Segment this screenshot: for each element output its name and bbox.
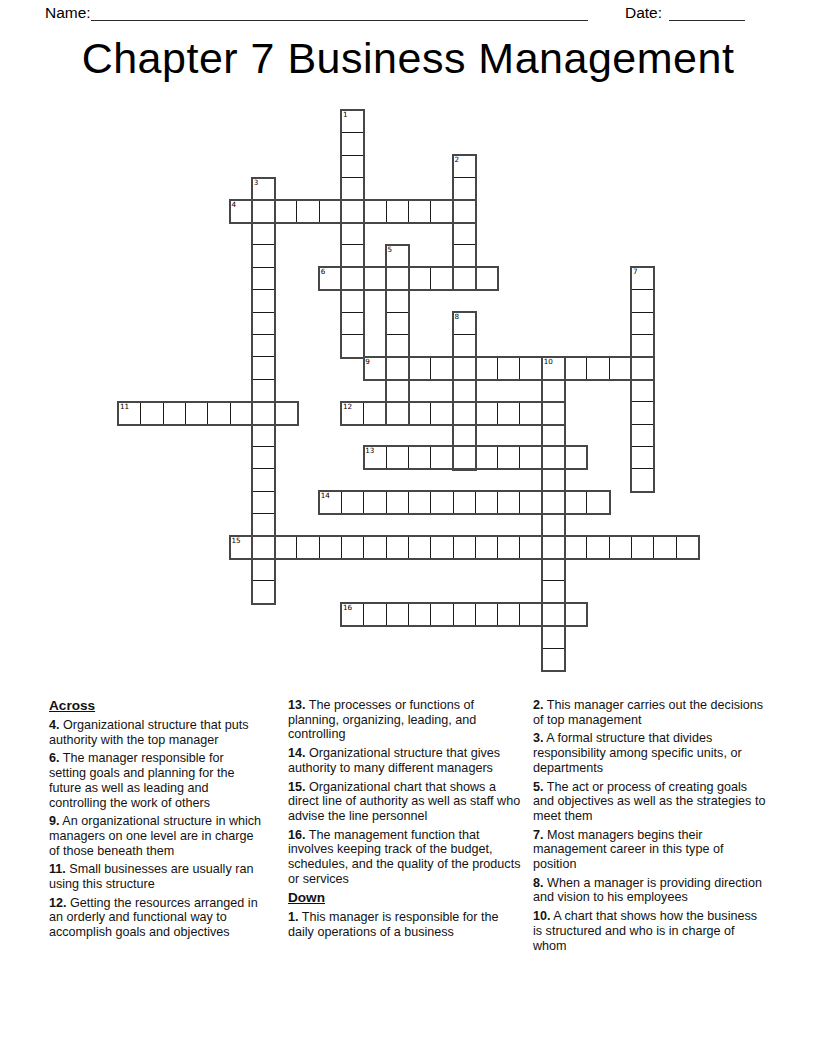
grid-cell[interactable] [542,401,566,425]
grid-cell[interactable] [386,312,410,336]
clue-across-12: 12. Getting the resources arranged in an… [49,896,262,940]
clues-section: Across4. Organizational structure that p… [49,698,778,957]
grid-cell[interactable] [341,289,365,313]
clue-across-15: 15. Organizational chart that shows a di… [288,780,523,824]
grid-cell[interactable] [497,491,521,515]
grid-cell[interactable] [475,536,499,560]
grid-cell[interactable] [252,424,276,448]
grid-cell[interactable] [631,334,655,358]
grid-cell[interactable] [386,401,410,425]
grid-cell[interactable] [586,356,610,380]
clue-number-14: 14 [321,492,330,500]
grid-cell[interactable] [430,491,454,515]
grid-cell[interactable] [542,491,566,515]
clue-number-label: 11. [49,862,66,876]
grid-cell[interactable] [631,289,655,313]
grid-cell[interactable] [252,558,276,582]
grid-cell[interactable] [497,401,521,425]
grid-cell[interactable] [653,536,677,560]
grid-cell[interactable] [386,289,410,313]
clue-number-15: 15 [232,537,241,545]
grid-cell[interactable] [564,446,588,470]
grid-cell[interactable] [475,491,499,515]
crossword-grid: 12345678910111213141516 [118,110,698,670]
grid-cell[interactable] [341,491,365,515]
clue-number-16: 16 [343,604,352,612]
clue-down-1: 1. This manager is responsible for the d… [288,910,523,939]
clue-number-label: 8. [533,876,544,890]
grid-cell[interactable] [542,468,566,492]
grid-cell[interactable] [542,536,566,560]
clue-number-5: 5 [388,246,393,254]
clue-down-7: 7. Most managers begins their management… [533,828,766,872]
grid-cell[interactable] [341,177,365,201]
grid-cell[interactable] [140,401,164,425]
clue-number-label: 15. [288,780,306,794]
grid-cell[interactable] [519,536,543,560]
grid-cell[interactable] [430,356,454,380]
grid-cell[interactable] [230,401,254,425]
clue-across-6: 6. The manager responsible for setting g… [49,751,262,810]
grid-cell[interactable] [252,513,276,537]
grid-cell[interactable] [519,401,543,425]
grid-cell[interactable] [296,536,320,560]
grid-cell[interactable] [453,244,477,268]
grid-cell[interactable] [163,401,187,425]
clue-number-4: 4 [232,201,237,209]
grid-cell[interactable] [453,446,477,470]
grid-cell[interactable] [430,603,454,627]
grid-cell[interactable] [363,536,387,560]
grid-cell[interactable] [252,334,276,358]
grid-cell[interactable] [430,401,454,425]
grid-cell[interactable] [586,536,610,560]
grid-cell[interactable] [363,267,387,291]
clue-number-label: 4. [49,718,60,732]
grid-cell[interactable] [341,312,365,336]
grid-cell[interactable] [363,200,387,224]
clue-number-12: 12 [343,403,352,411]
clue-number-label: 3. [533,731,544,745]
grid-cell[interactable] [386,379,410,403]
clue-across-13: 13. The processes or functions of planni… [288,698,523,742]
grid-cell[interactable] [609,536,633,560]
grid-cell[interactable] [408,356,432,380]
name-line[interactable] [91,20,588,21]
grid-cell[interactable] [453,603,477,627]
clue-down-2: 2. This manager carries out the decision… [533,698,766,727]
grid-cell[interactable] [631,468,655,492]
clue-number-label: 6. [49,751,60,765]
clue-across-14: 14. Organizational structure that gives … [288,746,523,775]
clue-number-2: 2 [455,156,460,164]
grid-cell[interactable] [386,200,410,224]
grid-cell[interactable] [207,401,231,425]
grid-cell[interactable] [252,312,276,336]
grid-cell[interactable] [252,580,276,604]
grid-cell[interactable] [542,424,566,448]
grid-cell[interactable] [274,200,298,224]
grid-cell[interactable] [631,424,655,448]
grid-cell[interactable] [542,379,566,403]
grid-cell[interactable] [542,580,566,604]
clue-down-5: 5. The act or process of creating goals … [533,780,766,824]
clue-number-8: 8 [455,313,460,321]
grid-cell[interactable] [519,446,543,470]
clue-number-1: 1 [343,111,348,119]
grid-cell[interactable] [408,200,432,224]
grid-cell[interactable] [631,379,655,403]
grid-cell[interactable] [252,401,276,425]
grid-cell[interactable] [408,267,432,291]
grid-cell[interactable] [386,334,410,358]
grid-cell[interactable] [252,446,276,470]
clue-across-9: 9. An organizational structure in which … [49,814,262,858]
page-title: Chapter 7 Business Management [0,34,816,83]
grid-cell[interactable] [386,536,410,560]
grid-cell[interactable] [341,155,365,179]
grid-cell[interactable] [542,625,566,649]
clue-number-10: 10 [544,358,553,366]
grid-cell[interactable] [631,312,655,336]
grid-cell[interactable] [252,200,276,224]
grid-cell[interactable] [341,334,365,358]
grid-cell[interactable] [564,603,588,627]
grid-cell[interactable] [252,379,276,403]
grid-cell[interactable] [341,222,365,246]
grid-cell[interactable] [319,200,343,224]
grid-cell[interactable] [363,603,387,627]
grid-cell[interactable] [453,267,477,291]
grid-cell[interactable] [519,491,543,515]
clue-number-label: 5. [533,780,544,794]
grid-cell[interactable] [564,536,588,560]
grid-cell[interactable] [341,536,365,560]
grid-cell[interactable] [519,356,543,380]
grid-cell[interactable] [408,603,432,627]
grid-cell[interactable] [497,536,521,560]
clue-across-11: 11. Small businesses are usually ran usi… [49,862,262,891]
grid-cell[interactable] [631,356,655,380]
grid-cell[interactable] [497,446,521,470]
grid-cell[interactable] [453,424,477,448]
grid-cell[interactable] [676,536,700,560]
clue-number-label: 16. [288,828,306,842]
clue-number-label: 1. [288,910,299,924]
grid-cell[interactable] [430,200,454,224]
grid-cell[interactable] [586,491,610,515]
grid-cell[interactable] [475,267,499,291]
grid-cell[interactable] [252,356,276,380]
clue-number-label: 14. [288,746,306,760]
grid-cell[interactable] [363,491,387,515]
date-line[interactable] [669,20,745,21]
down-heading: Down [288,890,523,905]
grid-cell[interactable] [609,356,633,380]
grid-cell[interactable] [386,446,410,470]
grid-cell[interactable] [274,401,298,425]
grid-cell[interactable] [430,446,454,470]
clue-number-label: 12. [49,896,67,910]
grid-cell[interactable] [564,356,588,380]
grid-cell[interactable] [430,536,454,560]
grid-cell[interactable] [453,222,477,246]
grid-cell[interactable] [542,513,566,537]
grid-cell[interactable] [408,536,432,560]
grid-cell[interactable] [453,536,477,560]
clue-number-9: 9 [365,358,370,366]
grid-cell[interactable] [475,401,499,425]
grid-cell[interactable] [542,446,566,470]
grid-cell[interactable] [453,200,477,224]
grid-cell[interactable] [252,289,276,313]
grid-cell[interactable] [386,267,410,291]
clue-down-3: 3. A formal structure that divides respo… [533,731,766,775]
grid-cell[interactable] [296,200,320,224]
clue-down-8: 8. When a manager is providing direction… [533,876,766,905]
grid-cell[interactable] [408,491,432,515]
grid-cell[interactable] [475,446,499,470]
grid-cell[interactable] [475,603,499,627]
grid-cell[interactable] [631,401,655,425]
grid-cell[interactable] [252,536,276,560]
grid-cell[interactable] [252,468,276,492]
grid-cell[interactable] [453,379,477,403]
grid-cell[interactable] [519,603,543,627]
grid-cell[interactable] [341,200,365,224]
grid-cell[interactable] [453,356,477,380]
clue-number-11: 11 [120,403,129,411]
grid-cell[interactable] [252,267,276,291]
grid-cell[interactable] [252,244,276,268]
grid-cell[interactable] [430,267,454,291]
grid-cell[interactable] [631,446,655,470]
grid-cell[interactable] [453,491,477,515]
worksheet-page: Name: Date: Chapter 7 Business Managemen… [0,0,816,1056]
date-label: Date: [625,4,662,22]
clue-down-10: 10. A chart that shows how the business … [533,909,766,953]
clues-column-3: 2. This manager carries out the decision… [533,698,778,957]
grid-cell[interactable] [341,244,365,268]
grid-cell[interactable] [497,356,521,380]
grid-cell[interactable] [542,558,566,582]
name-label: Name: [45,4,91,22]
grid-cell[interactable] [341,132,365,156]
clue-number-label: 9. [49,814,60,828]
clue-number-label: 2. [533,698,544,712]
clue-number-label: 7. [533,828,544,842]
grid-cell[interactable] [363,401,387,425]
grid-cell[interactable] [542,648,566,672]
grid-cell[interactable] [252,491,276,515]
clue-across-16: 16. The management function that involve… [288,828,523,887]
grid-cell[interactable] [542,603,566,627]
clue-number-7: 7 [633,268,638,276]
clue-across-4: 4. Organizational structure that puts au… [49,718,262,747]
grid-cell[interactable] [408,446,432,470]
clues-column-1: Across4. Organizational structure that p… [49,698,288,957]
grid-cell[interactable] [185,401,209,425]
grid-cell[interactable] [386,491,410,515]
clue-number-label: 10. [533,909,551,923]
grid-cell[interactable] [386,603,410,627]
clue-number-label: 13. [288,698,306,712]
grid-cell[interactable] [631,536,655,560]
clue-number-3: 3 [254,179,259,187]
clues-column-2: 13. The processes or functions of planni… [288,698,533,957]
grid-cell[interactable] [274,536,298,560]
grid-cell[interactable] [564,491,588,515]
grid-cell[interactable] [497,603,521,627]
clue-number-13: 13 [365,447,374,455]
across-heading: Across [49,698,262,713]
clue-number-6: 6 [321,268,326,276]
grid-cell[interactable] [408,401,432,425]
grid-cell[interactable] [453,401,477,425]
grid-cell[interactable] [453,177,477,201]
grid-cell[interactable] [386,356,410,380]
grid-cell[interactable] [319,536,343,560]
grid-cell[interactable] [341,267,365,291]
grid-cell[interactable] [475,356,499,380]
grid-cell[interactable] [453,334,477,358]
grid-cell[interactable] [252,222,276,246]
